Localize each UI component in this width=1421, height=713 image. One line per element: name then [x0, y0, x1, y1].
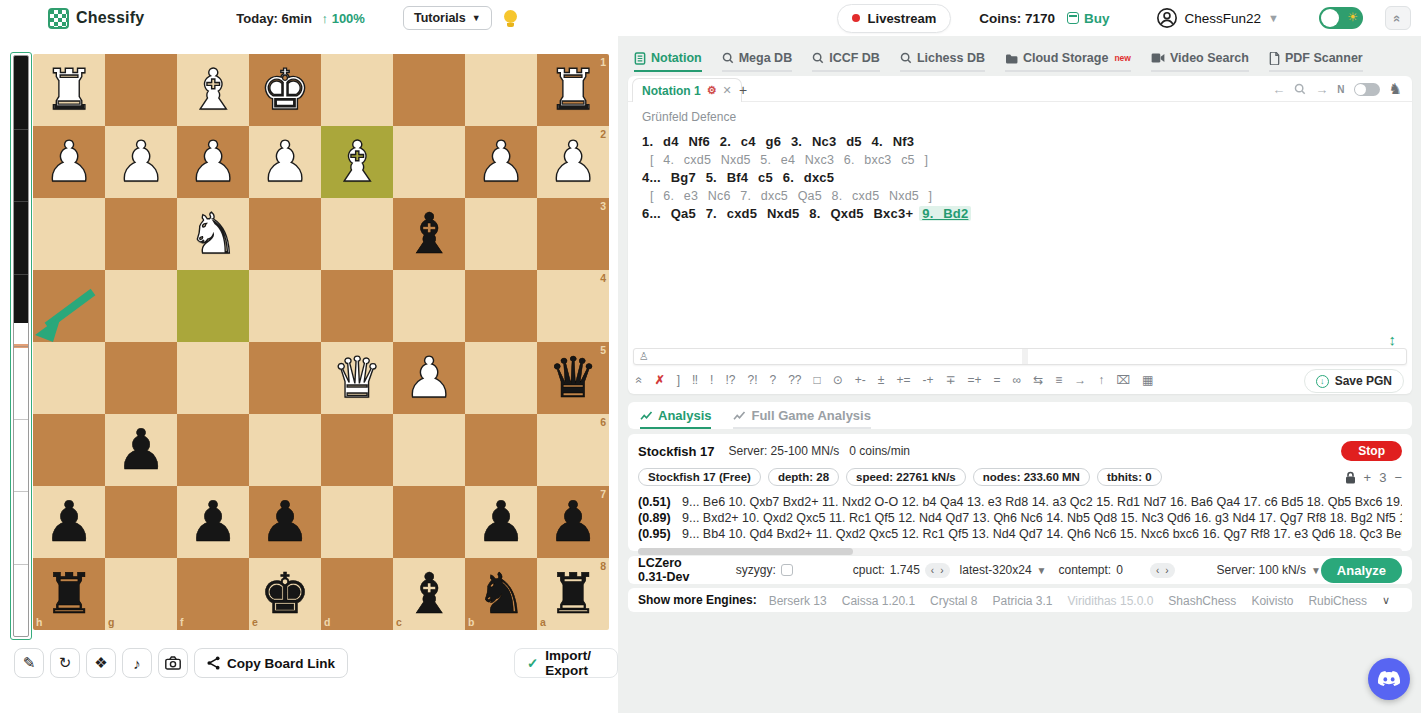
layers-icon: ❖	[94, 654, 107, 672]
square-f4[interactable]	[177, 270, 249, 342]
evalbar-tick	[14, 419, 28, 420]
engine-chip-0[interactable]: Stockfish 17 (Free)	[638, 468, 761, 486]
buy-label: Buy	[1084, 11, 1110, 26]
annotation-symbol-1[interactable]: ✗	[655, 373, 665, 387]
annotation-toolbar: «✗]‼!!??!???□⊙+-±+=-+∓=+=∞⇆≡→↑⌧▦	[636, 373, 1153, 387]
piece-bB-c8[interactable]: ♝	[393, 558, 465, 630]
piece-bN-b8[interactable]: ♞	[465, 558, 537, 630]
notation-style-n[interactable]: N	[1337, 84, 1344, 95]
square-c5[interactable]: ♟	[393, 342, 465, 414]
engine-server-info: Server: 25-100 MN/s	[729, 444, 840, 458]
file-label-e: e	[252, 616, 258, 628]
board-toolbar: ✎ ↻ ❖ ♪ Copy Board Link	[14, 648, 348, 678]
tab-pdf-scanner[interactable]: PDF Scanner	[1269, 51, 1363, 72]
square-d3[interactable]	[321, 198, 393, 270]
rank-label-6: 6	[600, 416, 606, 428]
annotation-symbol-9[interactable]: □	[814, 373, 821, 387]
syzygy-label: syzygy:	[736, 563, 776, 577]
piece-wR-a1[interactable]: ♜	[537, 54, 609, 126]
square-a7[interactable]: ♟7	[537, 486, 609, 558]
analysis-panel: Notation Mega DB ICCF DB Lichess DB Clou…	[620, 36, 1421, 713]
tab-iccf-db-label: ICCF DB	[829, 51, 880, 65]
more-engine-4[interactable]: Viridithas 15.0.0	[1067, 594, 1153, 608]
evalbar-tick	[14, 129, 28, 130]
square-e3[interactable]	[249, 198, 321, 270]
engine-line-eval: (0.89)	[638, 510, 682, 526]
rotate-icon: ↻	[59, 654, 72, 672]
engine-line-moves[interactable]: 9... Bxd2+ 10. Qxd2 Qxc5 11. Rc1 Qf5 12.…	[682, 510, 1402, 526]
square-f5[interactable]	[177, 342, 249, 414]
annotation-symbol-7[interactable]: ?	[769, 373, 776, 387]
annotation-symbol-8[interactable]: ??	[788, 373, 801, 387]
square-c3[interactable]: ♝	[393, 198, 465, 270]
square-d5[interactable]: ♛	[321, 342, 393, 414]
flip-board-button[interactable]: ↻	[50, 648, 80, 678]
contempt-stepper[interactable]: ‹›	[1150, 563, 1175, 578]
piece-bP-e7[interactable]: ♟	[249, 486, 321, 558]
chevron-down-icon[interactable]: ∨	[1382, 594, 1390, 607]
piece-bP-g6[interactable]: ♟	[105, 414, 177, 486]
cpuct-option: cpuct: 1.745 ‹›	[853, 563, 950, 578]
tab-analysis-label: Analysis	[658, 408, 711, 423]
square-a6[interactable]: 6	[537, 414, 609, 486]
sounds-button[interactable]: ♪	[122, 648, 152, 678]
annotation-symbol-23[interactable]: ⌧	[1116, 373, 1130, 387]
engine-card: Stockfish 17 Server: 25-100 MN/s 0 coins…	[628, 434, 1412, 551]
current-move[interactable]: 9. Bd2	[919, 206, 971, 221]
piece-wQ-d5[interactable]: ♛	[321, 342, 393, 414]
square-f3[interactable]: ♞	[177, 198, 249, 270]
search-icon	[722, 52, 734, 64]
square-b7[interactable]: ♟	[465, 486, 537, 558]
square-b3[interactable]	[465, 198, 537, 270]
file-label-a: a	[540, 616, 546, 628]
file-label-g: g	[108, 616, 114, 628]
engine-line-moves[interactable]: 9... Be6 10. Qxb7 Bxd2+ 11. Nxd2 O-O 12.…	[682, 494, 1402, 510]
engine-chip-2[interactable]: speed: 22761 kN/s	[846, 468, 966, 486]
file-label-h: h	[36, 616, 42, 628]
comment-input[interactable]: ♙	[633, 348, 1407, 365]
annotation-symbol-17[interactable]: =	[994, 373, 1001, 387]
gear-icon[interactable]: ⚙	[707, 84, 717, 97]
engine-line-eval: (0.51)	[638, 494, 682, 510]
square-c7[interactable]	[393, 486, 465, 558]
square-e4[interactable]	[249, 270, 321, 342]
new-badge: new	[1114, 53, 1131, 63]
resize-handle[interactable]: ↕	[1389, 331, 1397, 348]
engine-line-1[interactable]: (0.51)9... Be6 10. Qxb7 Bxd2+ 11. Nxd2 O…	[638, 494, 1402, 510]
rank-label-1: 1	[600, 56, 606, 68]
remove-line-button[interactable]: −	[1394, 470, 1402, 485]
annotation-symbol-10[interactable]: ⊙	[833, 373, 843, 387]
today-percent: ↑ 100%	[322, 11, 365, 26]
square-c6[interactable]	[393, 414, 465, 486]
more-engine-2[interactable]: Crystal 8	[930, 594, 977, 608]
engine-chip-4[interactable]: tbhits: 0	[1097, 468, 1162, 486]
square-g1[interactable]	[105, 54, 177, 126]
square-h6[interactable]	[33, 414, 105, 486]
notation-1-label: Notation 1	[642, 84, 701, 98]
piece-bR-a8[interactable]: ♜	[537, 558, 609, 630]
annotation-symbol-24[interactable]: ▦	[1142, 373, 1153, 387]
more-engine-3[interactable]: Patricia 3.1	[992, 594, 1052, 608]
piece-wB-f1[interactable]: ♝	[177, 54, 249, 126]
tab-video-search-label: Video Search	[1170, 51, 1249, 65]
annotation-symbol-15[interactable]: ∓	[945, 373, 955, 387]
lczero-server-select[interactable]: Server: 100 kN/s ▼	[1217, 563, 1321, 577]
contempt-label: contempt:	[1059, 563, 1112, 577]
more-engine-1[interactable]: Caissa 1.20.1	[842, 594, 915, 608]
notation-card: Notation 1 ⚙ ✕ + ← → N ♞ Grünfeld Defenc…	[628, 76, 1412, 394]
mainline-moves[interactable]: 6... Qa5 7. cxd5 Nxd5 8. Qxd5 Bxc3+9. Bd…	[642, 205, 1382, 223]
square-a5[interactable]: ♛5	[537, 342, 609, 414]
file-label-f: f	[180, 616, 184, 628]
music-note-icon: ♪	[133, 655, 141, 672]
square-f1[interactable]: ♝	[177, 54, 249, 126]
engine-lines-scrollbar	[638, 548, 1402, 555]
import-export-button[interactable]: ✓ Import/ Export	[514, 648, 618, 678]
more-engine-7[interactable]: RubiChess	[1308, 594, 1367, 608]
today-label: Today:	[236, 11, 278, 26]
camera-icon	[165, 656, 181, 670]
navbar-right: Livestream Coins: 7170 Buy ChessFun22 ▼ …	[837, 4, 1411, 33]
square-d1[interactable]	[321, 54, 393, 126]
livestream-button[interactable]: Livestream	[837, 4, 952, 33]
square-d2[interactable]: ♝	[321, 126, 393, 198]
square-h2[interactable]: ♟	[33, 126, 105, 198]
annotation-symbol-2[interactable]: ]	[677, 373, 680, 387]
tab-mega-db-label: Mega DB	[739, 51, 792, 65]
evaluation-bar	[13, 55, 29, 637]
variation-line[interactable]: [ 4. cxd5 Nxd5 5. e4 Nxc3 6. bxc3 c5 ]	[642, 151, 1382, 169]
lczero-card: LCZero 0.31-Dev syzygy: cpuct: 1.745 ‹› …	[628, 556, 1412, 584]
today-stats: Today: 6min ↑ 100%	[236, 11, 365, 26]
piece-bQ-a5[interactable]: ♛	[537, 342, 609, 414]
more-engine-5[interactable]: ShashChess	[1168, 594, 1236, 608]
tab-cloud-storage[interactable]: Cloud Storage new	[1005, 51, 1131, 72]
annotation-symbol-5[interactable]: !?	[725, 373, 735, 387]
tab-lichess-db[interactable]: Lichess DB	[900, 51, 985, 72]
square-b5[interactable]	[465, 342, 537, 414]
evalbar-black-share	[14, 56, 28, 323]
rank-label-3: 3	[600, 200, 606, 212]
annotation-symbol-16[interactable]: =+	[968, 373, 982, 387]
square-e5[interactable]	[249, 342, 321, 414]
tab-lichess-db-label: Lichess DB	[917, 51, 985, 65]
square-d7[interactable]	[321, 486, 393, 558]
engine-line-3[interactable]: (0.95)9... Bb4 10. Qd4 Bxd2+ 11. Qxd2 Qx…	[638, 526, 1402, 542]
tab-video-search[interactable]: Video Search	[1151, 51, 1249, 72]
collapse-navbar-button[interactable]: «	[1385, 6, 1411, 30]
square-g7[interactable]	[105, 486, 177, 558]
square-a4[interactable]: 4	[537, 270, 609, 342]
annotation-symbol-13[interactable]: +=	[896, 373, 910, 387]
lczero-server-value: Server: 100 kN/s	[1217, 563, 1306, 577]
rank-label-5: 5	[600, 344, 606, 356]
notation-doc-icon	[634, 52, 646, 65]
figurine-toggle[interactable]	[1354, 83, 1380, 96]
evaluation-bar-container[interactable]	[10, 52, 32, 640]
annotation-symbol-3[interactable]: ‼	[692, 373, 698, 387]
pieces-setup-button[interactable]: ❖	[86, 648, 116, 678]
square-h7[interactable]: ♟	[33, 486, 105, 558]
evalbar-tick	[14, 274, 28, 275]
more-engine-0[interactable]: Berserk 13	[769, 594, 827, 608]
pdf-file-icon	[1269, 52, 1280, 65]
syzygy-checkbox[interactable]	[781, 564, 793, 576]
file-label-b: b	[468, 616, 474, 628]
live-dot-icon	[852, 14, 860, 22]
folder-icon	[1005, 53, 1018, 64]
square-g4[interactable]	[105, 270, 177, 342]
evalbar-tick	[14, 491, 28, 492]
chart-line-icon	[640, 411, 653, 421]
piece-wP-g2[interactable]: ♟	[105, 126, 177, 198]
file-label-d: d	[324, 616, 330, 628]
chart-line-icon	[733, 411, 746, 421]
piece-wN-f3[interactable]: ♞	[177, 198, 249, 270]
chessify-logo[interactable]: Chessify	[48, 8, 144, 29]
square-b2[interactable]: ♟	[465, 126, 537, 198]
copy-board-link-label: Copy Board Link	[227, 656, 335, 671]
square-f8[interactable]: f	[177, 558, 249, 630]
discord-chat-button[interactable]	[1368, 658, 1410, 700]
square-f7[interactable]: ♟	[177, 486, 249, 558]
square-a8[interactable]: ♜8a	[537, 558, 609, 630]
square-c8[interactable]: ♝c	[393, 558, 465, 630]
contempt-option: contempt: 0 ‹›	[1059, 563, 1175, 578]
user-avatar-icon	[1156, 7, 1178, 29]
square-e1[interactable]: ♚	[249, 54, 321, 126]
square-g2[interactable]: ♟	[105, 126, 177, 198]
square-g8[interactable]: g	[105, 558, 177, 630]
input-divider	[1022, 349, 1028, 364]
rank-label-2: 2	[600, 128, 606, 140]
knight-figurine-icon[interactable]: ♞	[1389, 80, 1402, 98]
network-value: latest-320x24	[960, 563, 1032, 577]
square-h1[interactable]: ♜	[33, 54, 105, 126]
analyze-button[interactable]: Analyze	[1321, 558, 1402, 583]
square-a1[interactable]: ♜1	[537, 54, 609, 126]
annotation-symbol-6[interactable]: ?!	[747, 373, 757, 387]
search-icon[interactable]	[1294, 83, 1306, 95]
lines-controls: + 3 −	[1345, 470, 1402, 485]
piece-wP-h2[interactable]: ♟	[33, 126, 105, 198]
stepper-right-icon[interactable]: ›	[940, 565, 943, 576]
add-notation-tab-button[interactable]: +	[730, 78, 756, 102]
engine-chip-1[interactable]: depth: 28	[768, 468, 839, 486]
add-line-button[interactable]: +	[1364, 470, 1372, 485]
variation-line[interactable]: [ 6. e3 Nc6 7. dxc5 Qa5 8. cxd5 Nxd5 ]	[642, 187, 1382, 205]
analysis-tabs: Analysis Full Game Analysis	[628, 402, 1412, 429]
piece-wP-f2[interactable]: ♟	[177, 126, 249, 198]
livestream-label: Livestream	[868, 11, 937, 26]
back-arrow-icon[interactable]: ←	[1272, 82, 1285, 97]
tab-cloud-storage-label: Cloud Storage	[1023, 51, 1108, 65]
square-h5[interactable]	[33, 342, 105, 414]
square-h4[interactable]	[33, 270, 105, 342]
piece-bB-c3[interactable]: ♝	[393, 198, 465, 270]
square-b4[interactable]	[465, 270, 537, 342]
square-h3[interactable]	[33, 198, 105, 270]
buy-button[interactable]: Buy	[1067, 11, 1110, 26]
square-g5[interactable]	[105, 342, 177, 414]
notation-tab-row: Notation 1 ⚙ ✕ + ← → N ♞	[628, 76, 1412, 102]
tab-notation-label: Notation	[651, 51, 702, 65]
engine-names-list: Berserk 13Caissa 1.20.1Crystal 8Patricia…	[769, 591, 1382, 609]
square-a2[interactable]: ♟2	[537, 126, 609, 198]
annotation-symbol-0[interactable]: «	[632, 377, 646, 384]
buy-icon	[1067, 12, 1079, 24]
forward-arrow-icon[interactable]: →	[1315, 82, 1328, 97]
lines-count: 3	[1379, 470, 1386, 485]
annotation-symbol-4[interactable]: !	[710, 373, 713, 387]
annotation-symbol-22[interactable]: ↑	[1098, 373, 1104, 387]
square-c1[interactable]	[393, 54, 465, 126]
sun-icon: ☀	[1347, 10, 1358, 24]
pawn-icon: ♙	[639, 350, 649, 363]
user-menu[interactable]: ChessFun22 ▼	[1156, 7, 1279, 29]
chevron-down-icon: ▼	[1268, 12, 1279, 24]
show-more-engines-label: Show more Engines:	[638, 593, 757, 607]
save-pgn-button[interactable]: ↓ Save PGN	[1304, 369, 1404, 393]
contempt-value: 0	[1116, 563, 1123, 577]
double-chevron-up-icon: «	[1390, 14, 1405, 21]
annotation-symbol-11[interactable]: +-	[855, 373, 866, 387]
square-d4[interactable]	[321, 270, 393, 342]
tab-mega-db[interactable]: Mega DB	[722, 51, 792, 72]
rank-label-7: 7	[600, 488, 606, 500]
toggle-knob	[1321, 9, 1339, 27]
engine-header-row: Stockfish 17 Server: 25-100 MN/s 0 coins…	[638, 440, 1402, 462]
square-b6[interactable]	[465, 414, 537, 486]
syzygy-option: syzygy:	[736, 563, 793, 577]
piece-wP-b2[interactable]: ♟	[465, 126, 537, 198]
annotation-symbol-14[interactable]: -+	[922, 373, 933, 387]
annotation-symbol-18[interactable]: ∞	[1013, 373, 1022, 387]
hint-bulb-icon[interactable]	[504, 10, 517, 27]
tab-analysis[interactable]: Analysis	[640, 408, 711, 429]
rank-label-4: 4	[600, 272, 606, 284]
square-g6[interactable]: ♟	[105, 414, 177, 486]
square-d8[interactable]: d	[321, 558, 393, 630]
evalbar-tick	[14, 201, 28, 202]
stop-button[interactable]: Stop	[1341, 441, 1402, 461]
square-e6[interactable]	[249, 414, 321, 486]
today-value: 6min	[282, 11, 312, 26]
engine-chip-3[interactable]: nodes: 233.60 MN	[973, 468, 1090, 486]
piece-bP-h7[interactable]: ♟	[33, 486, 105, 558]
square-c4[interactable]	[393, 270, 465, 342]
tab-full-game-analysis[interactable]: Full Game Analysis	[733, 408, 870, 429]
square-e8[interactable]: ♚e	[249, 558, 321, 630]
piece-bK-e8[interactable]: ♚	[249, 558, 321, 630]
piece-bP-f7[interactable]: ♟	[177, 486, 249, 558]
engine-lines: (0.51)9... Be6 10. Qxb7 Bxd2+ 11. Nxd2 O…	[638, 494, 1402, 542]
pencil-icon: ✎	[23, 654, 36, 672]
square-f2[interactable]: ♟	[177, 126, 249, 198]
engine-line-moves[interactable]: 9... Bb4 10. Qd4 Bxd2+ 11. Qxd2 Qxc5 12.…	[682, 526, 1402, 542]
piece-bP-a7[interactable]: ♟	[537, 486, 609, 558]
search-icon	[900, 52, 912, 64]
stepper-left-icon[interactable]: ‹	[1156, 565, 1159, 576]
discord-icon	[1377, 670, 1401, 688]
scrollbar-thumb[interactable]	[638, 548, 853, 555]
engine-cost: 0 coins/min	[849, 444, 910, 458]
notation-1-tab[interactable]: Notation 1 ⚙ ✕	[632, 78, 742, 102]
annotation-symbol-20[interactable]: ≡	[1055, 373, 1062, 387]
download-icon: ↓	[1316, 375, 1329, 388]
square-e7[interactable]: ♟	[249, 486, 321, 558]
engine-chips-row: Stockfish 17 (Free)depth: 28speed: 22761…	[638, 467, 1402, 487]
lock-icon[interactable]	[1345, 471, 1356, 484]
theme-toggle[interactable]: ☀	[1319, 7, 1363, 29]
check-icon: ✓	[527, 655, 538, 671]
more-engines-card: Show more Engines: Berserk 13Caissa 1.20…	[628, 588, 1412, 612]
tutorials-button[interactable]: Tutorials ▼	[403, 6, 492, 30]
mainline-moves[interactable]: 4... Bg7 5. Bf4 c5 6. dxc5	[642, 169, 1382, 187]
rank-label-8: 8	[600, 560, 606, 572]
piece-wP-a2[interactable]: ♟	[537, 126, 609, 198]
more-engine-6[interactable]: Koivisto	[1251, 594, 1293, 608]
piece-wP-c5[interactable]: ♟	[393, 342, 465, 414]
annotation-symbol-19[interactable]: ⇆	[1033, 373, 1043, 387]
square-h8[interactable]: ♜h	[33, 558, 105, 630]
stepper-right-icon[interactable]: ›	[1165, 565, 1168, 576]
square-d6[interactable]	[321, 414, 393, 486]
tutorials-label: Tutorials	[414, 11, 466, 25]
piece-bR-h8[interactable]: ♜	[33, 558, 105, 630]
notation-nav-controls: ← → N ♞	[1272, 80, 1402, 98]
database-tabs: Notation Mega DB ICCF DB Lichess DB Clou…	[634, 51, 1363, 72]
tab-pdf-scanner-label: PDF Scanner	[1285, 51, 1363, 65]
annotation-symbol-21[interactable]: →	[1074, 373, 1086, 387]
network-select[interactable]: latest-320x24 ▼	[960, 563, 1047, 577]
piece-wK-e1[interactable]: ♚	[249, 54, 321, 126]
evalbar-tick	[14, 346, 28, 347]
copy-board-link-button[interactable]: Copy Board Link	[194, 648, 348, 678]
piece-wB-d2[interactable]: ♝	[321, 126, 393, 198]
stepper-left-icon[interactable]: ‹	[931, 565, 934, 576]
snapshot-button[interactable]	[158, 648, 188, 678]
square-f6[interactable]	[177, 414, 249, 486]
cpuct-label: cpuct:	[853, 563, 885, 577]
engine-name: Stockfish 17	[638, 444, 715, 459]
cpuct-stepper[interactable]: ‹›	[925, 563, 950, 578]
piece-wR-h1[interactable]: ♜	[33, 54, 105, 126]
piece-bP-b7[interactable]: ♟	[465, 486, 537, 558]
draw-pencil-button[interactable]: ✎	[14, 648, 44, 678]
annotation-symbol-12[interactable]: ±	[878, 373, 885, 387]
square-b1[interactable]	[465, 54, 537, 126]
tab-notation[interactable]: Notation	[634, 51, 702, 72]
tab-iccf-db[interactable]: ICCF DB	[812, 51, 880, 72]
mainline-moves[interactable]: 1. d4 Nf6 2. c4 g6 3. Nc3 d5 4. Nf3	[642, 133, 1382, 151]
square-b8[interactable]: ♞b	[465, 558, 537, 630]
square-a3[interactable]: 3	[537, 198, 609, 270]
coins-balance: Coins: 7170	[979, 11, 1055, 26]
tab-full-game-analysis-label: Full Game Analysis	[751, 408, 870, 423]
cpuct-value: 1.745	[890, 563, 920, 577]
chevron-down-icon: ▼	[1311, 565, 1321, 576]
engine-line-2[interactable]: (0.89)9... Bxd2+ 10. Qxd2 Qxc5 11. Rc1 Q…	[638, 510, 1402, 526]
chessify-logo-icon	[48, 8, 69, 29]
square-e2[interactable]: ♟	[249, 126, 321, 198]
square-c2[interactable]	[393, 126, 465, 198]
square-g3[interactable]	[105, 198, 177, 270]
chevron-down-icon: ▼	[1037, 565, 1047, 576]
piece-wP-e2[interactable]: ♟	[249, 126, 321, 198]
